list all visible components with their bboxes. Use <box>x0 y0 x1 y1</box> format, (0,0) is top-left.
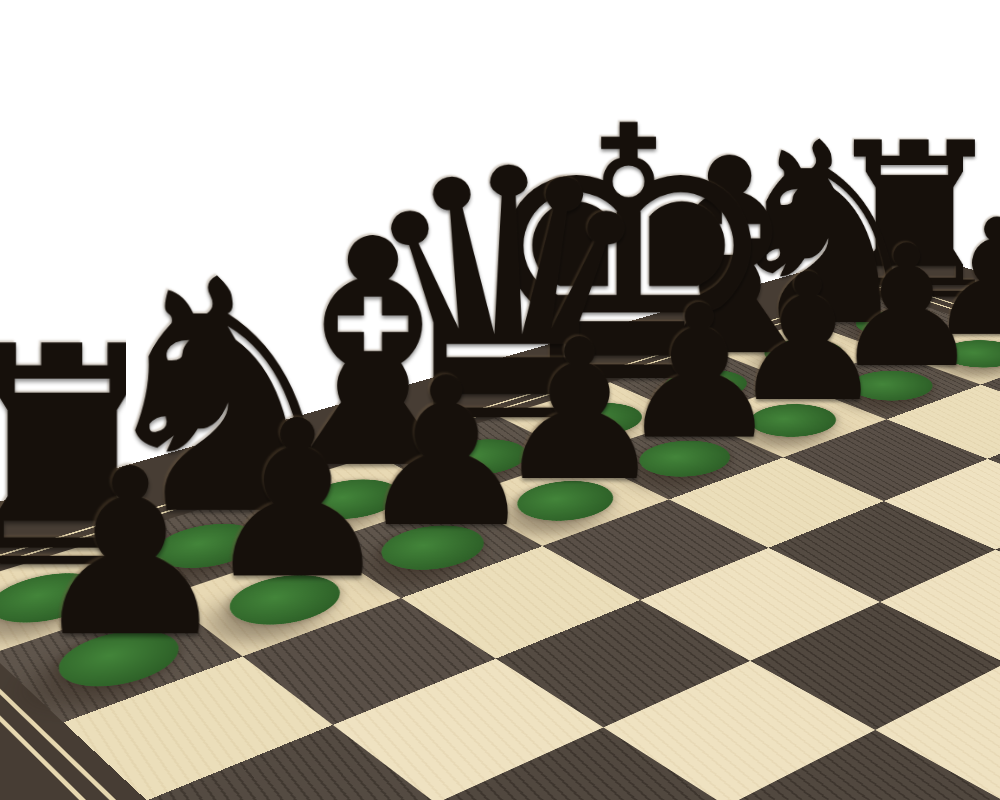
chess-set-photo: ♜♞♝♛♚♝♞♜♟♟♟♟♟♟♟♟ <box>0 0 1000 800</box>
board: ♜♞♝♛♚♝♞♜♟♟♟♟♟♟♟♟ <box>0 295 1000 800</box>
square-e5[interactable] <box>769 501 996 602</box>
piece-black-pawn-a7[interactable]: ♟ <box>27 438 234 668</box>
